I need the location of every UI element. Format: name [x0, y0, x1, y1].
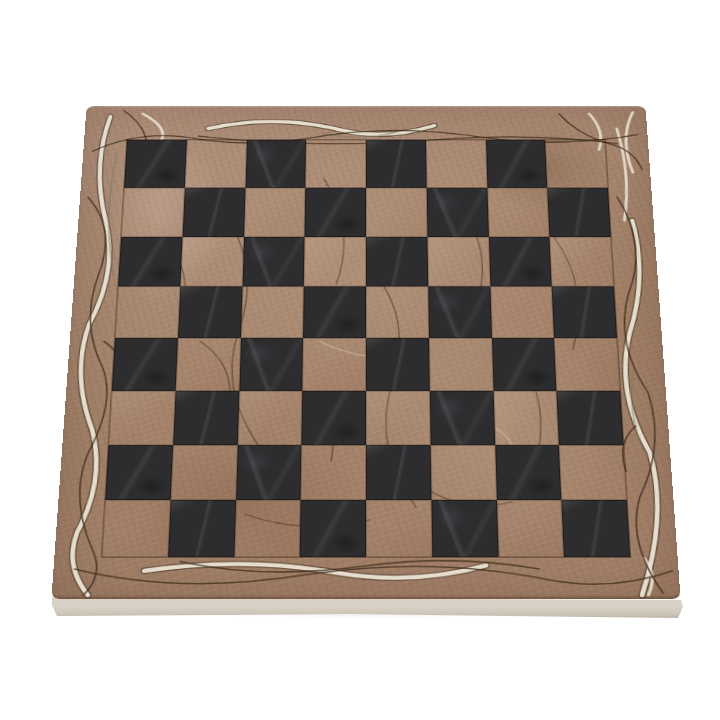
- board-square: [302, 391, 366, 445]
- board-square: [305, 188, 366, 237]
- board-square: [487, 188, 550, 237]
- board-square: [562, 500, 631, 557]
- board-square: [306, 140, 366, 188]
- board-square: [559, 445, 627, 500]
- board-square: [366, 188, 427, 237]
- board-square: [304, 236, 366, 286]
- board-square: [366, 391, 430, 445]
- board-square: [426, 188, 488, 237]
- board-square: [237, 391, 302, 445]
- board-square: [178, 287, 242, 338]
- board-square: [109, 391, 176, 445]
- board-square: [241, 287, 305, 338]
- board-square: [496, 500, 564, 557]
- board-square: [550, 236, 614, 286]
- board-square: [124, 140, 187, 188]
- board-square: [121, 188, 184, 237]
- board-square: [302, 338, 366, 391]
- board-square: [495, 445, 562, 500]
- board-square: [554, 338, 620, 391]
- board-square: [180, 236, 243, 286]
- board-square: [366, 236, 428, 286]
- board-square: [112, 338, 178, 391]
- board-square: [552, 287, 617, 338]
- board-square: [431, 500, 498, 557]
- board-square: [429, 338, 493, 391]
- board-square: [236, 445, 302, 500]
- board-grid: [101, 139, 632, 558]
- board-square: [245, 140, 306, 188]
- board-square: [488, 236, 551, 286]
- board-square: [366, 338, 430, 391]
- board-square: [366, 287, 429, 338]
- board-square: [168, 500, 236, 557]
- board-square: [239, 338, 303, 391]
- board-square: [427, 236, 490, 286]
- board-square: [185, 140, 247, 188]
- board-square: [426, 140, 487, 188]
- board-square: [173, 391, 239, 445]
- board-square: [105, 445, 173, 500]
- board-square: [115, 287, 180, 338]
- board-square: [366, 445, 431, 500]
- board-square: [366, 500, 432, 557]
- board-square: [430, 445, 496, 500]
- board-square: [234, 500, 301, 557]
- board-square: [428, 287, 492, 338]
- product-photo: [0, 0, 720, 720]
- board-square: [545, 140, 608, 188]
- board-square: [557, 391, 624, 445]
- board-square: [303, 287, 366, 338]
- board-square: [547, 188, 610, 237]
- board-square: [242, 236, 305, 286]
- board-square: [182, 188, 245, 237]
- board-square: [300, 500, 366, 557]
- board-square: [170, 445, 237, 500]
- board-square: [366, 140, 426, 188]
- board-square: [486, 140, 548, 188]
- board-square: [175, 338, 240, 391]
- board-square: [492, 338, 557, 391]
- board-square: [430, 391, 495, 445]
- board-square: [102, 500, 171, 557]
- board-square: [490, 287, 554, 338]
- board-square: [301, 445, 366, 500]
- board-square: [118, 236, 182, 286]
- chess-board: [51, 106, 680, 599]
- board-square: [244, 188, 306, 237]
- board-square: [493, 391, 559, 445]
